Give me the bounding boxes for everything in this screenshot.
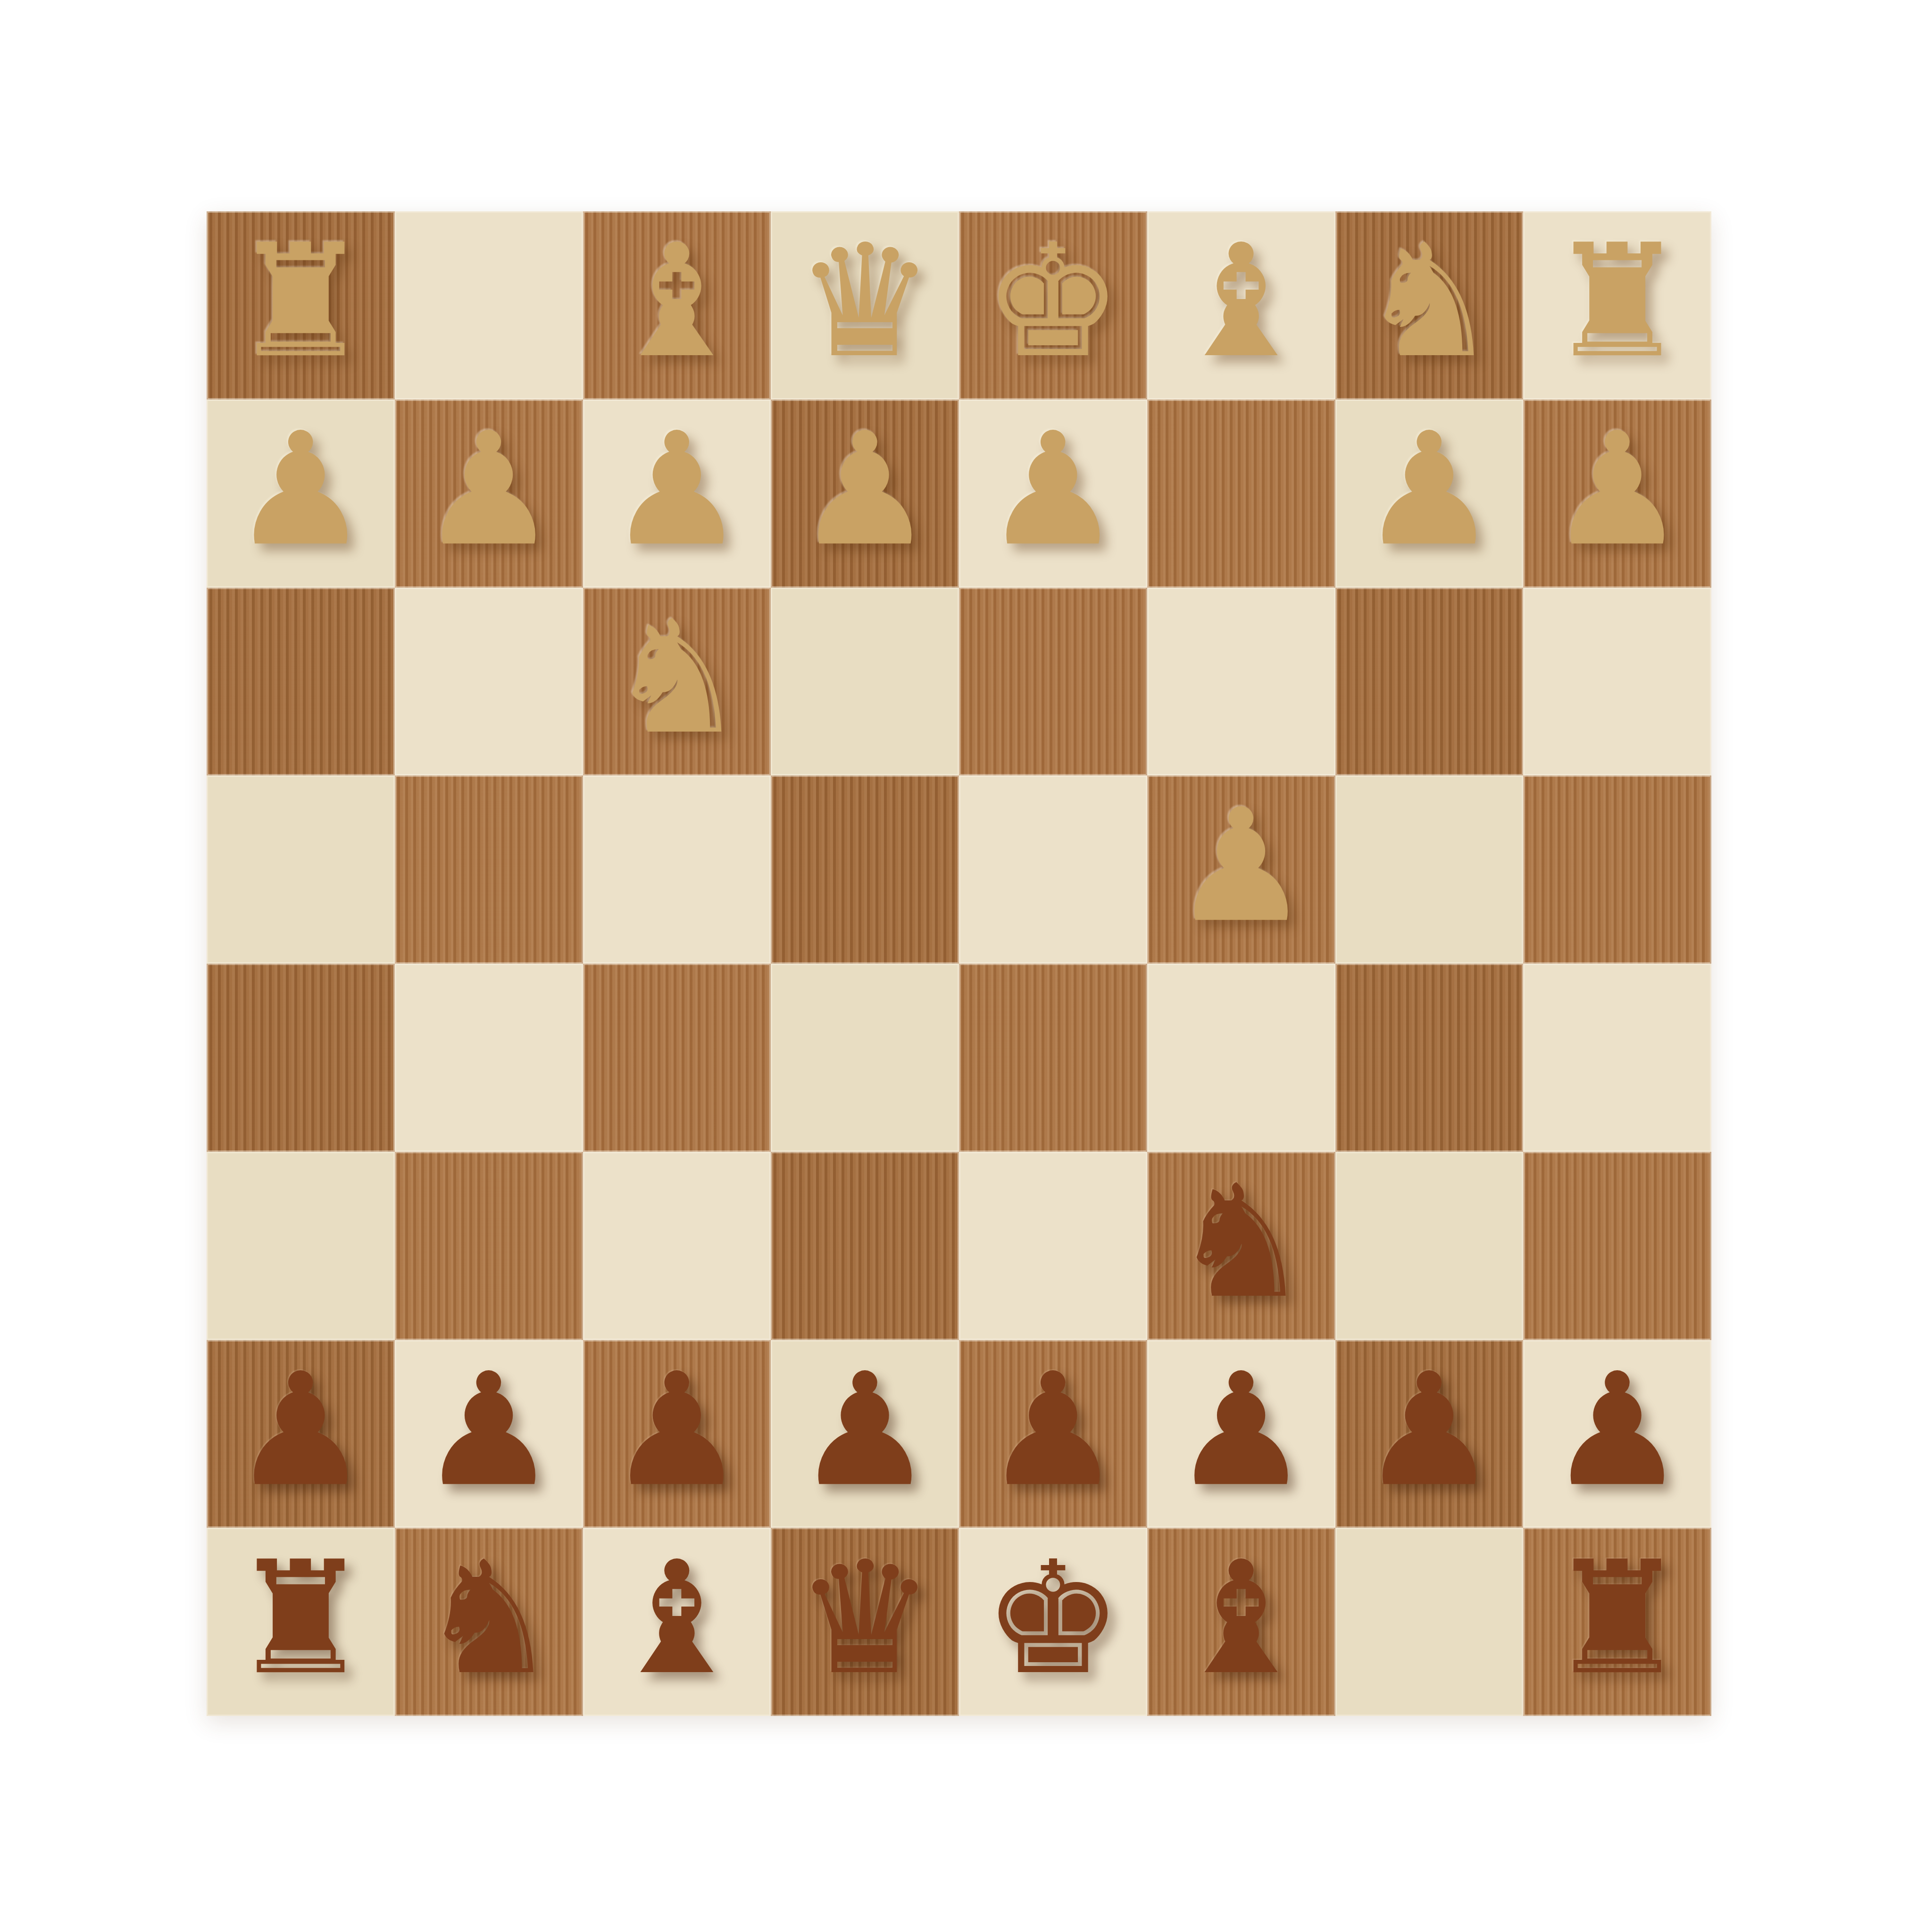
black-knight-f6[interactable]: ♞ xyxy=(1171,1164,1311,1320)
black-knight-b8[interactable]: ♞ xyxy=(419,1541,558,1696)
square-d4[interactable] xyxy=(771,775,959,964)
square-h2[interactable]: ♟ xyxy=(1523,400,1711,588)
square-e3[interactable] xyxy=(959,588,1147,776)
square-b3[interactable] xyxy=(395,588,583,776)
square-c3[interactable]: ♞ xyxy=(583,588,771,776)
square-c5[interactable] xyxy=(583,964,771,1152)
square-b6[interactable] xyxy=(395,1152,583,1340)
square-d5[interactable] xyxy=(771,964,959,1152)
black-pawn-e7[interactable]: ♟ xyxy=(983,1352,1123,1508)
square-g7[interactable]: ♟ xyxy=(1335,1340,1524,1528)
black-rook-h8[interactable]: ♜ xyxy=(1548,1541,1687,1696)
square-c4[interactable] xyxy=(583,775,771,964)
black-rook-a8[interactable]: ♜ xyxy=(231,1541,370,1696)
white-knight-c3[interactable]: ♞ xyxy=(607,600,747,756)
square-a6[interactable] xyxy=(207,1152,395,1340)
square-c2[interactable]: ♟ xyxy=(583,400,771,588)
square-h4[interactable] xyxy=(1523,775,1711,964)
white-pawn-h2[interactable]: ♟ xyxy=(1548,412,1687,567)
black-king-e8[interactable]: ♚ xyxy=(983,1541,1123,1696)
square-a7[interactable]: ♟ xyxy=(207,1340,395,1528)
square-g1[interactable]: ♞ xyxy=(1335,211,1524,400)
chess-board: ♜♝♛♚♝♞♜♟♟♟♟♟♟♟♞♟♞♟♟♟♟♟♟♟♟♜♞♝♛♚♝♜ xyxy=(207,211,1711,1716)
square-c7[interactable]: ♟ xyxy=(583,1340,771,1528)
black-pawn-f7[interactable]: ♟ xyxy=(1171,1352,1311,1508)
black-bishop-f8[interactable]: ♝ xyxy=(1171,1541,1311,1696)
square-f2[interactable] xyxy=(1147,400,1335,588)
white-knight-g1[interactable]: ♞ xyxy=(1359,224,1499,379)
square-h5[interactable] xyxy=(1523,964,1711,1152)
square-c1[interactable]: ♝ xyxy=(583,211,771,400)
square-b7[interactable]: ♟ xyxy=(395,1340,583,1528)
square-e4[interactable] xyxy=(959,775,1147,964)
square-f1[interactable]: ♝ xyxy=(1147,211,1335,400)
square-a5[interactable] xyxy=(207,964,395,1152)
square-a3[interactable] xyxy=(207,588,395,776)
square-f4[interactable]: ♟ xyxy=(1147,775,1335,964)
white-bishop-f1[interactable]: ♝ xyxy=(1171,224,1311,379)
square-h6[interactable] xyxy=(1523,1152,1711,1340)
square-e8[interactable]: ♚ xyxy=(959,1528,1147,1716)
black-pawn-c7[interactable]: ♟ xyxy=(607,1352,747,1508)
square-h7[interactable]: ♟ xyxy=(1523,1340,1711,1528)
square-f8[interactable]: ♝ xyxy=(1147,1528,1335,1716)
square-g4[interactable] xyxy=(1335,775,1524,964)
white-pawn-b2[interactable]: ♟ xyxy=(419,412,558,567)
square-c8[interactable]: ♝ xyxy=(583,1528,771,1716)
square-f3[interactable] xyxy=(1147,588,1335,776)
black-bishop-c8[interactable]: ♝ xyxy=(607,1541,747,1696)
square-g5[interactable] xyxy=(1335,964,1524,1152)
white-pawn-g2[interactable]: ♟ xyxy=(1359,412,1499,567)
white-pawn-d2[interactable]: ♟ xyxy=(795,412,935,567)
white-pawn-e2[interactable]: ♟ xyxy=(983,412,1123,567)
square-h8[interactable]: ♜ xyxy=(1523,1528,1711,1716)
square-h3[interactable] xyxy=(1523,588,1711,776)
square-g3[interactable] xyxy=(1335,588,1524,776)
square-c6[interactable] xyxy=(583,1152,771,1340)
white-rook-h1[interactable]: ♜ xyxy=(1548,224,1687,379)
white-rook-a1[interactable]: ♜ xyxy=(231,224,370,379)
square-e6[interactable] xyxy=(959,1152,1147,1340)
square-e5[interactable] xyxy=(959,964,1147,1152)
square-f7[interactable]: ♟ xyxy=(1147,1340,1335,1528)
black-pawn-b7[interactable]: ♟ xyxy=(419,1352,558,1508)
black-pawn-h7[interactable]: ♟ xyxy=(1548,1352,1687,1508)
square-h1[interactable]: ♜ xyxy=(1523,211,1711,400)
white-bishop-c1[interactable]: ♝ xyxy=(607,224,747,379)
square-a4[interactable] xyxy=(207,775,395,964)
white-queen-d1[interactable]: ♛ xyxy=(795,224,935,379)
square-a1[interactable]: ♜ xyxy=(207,211,395,400)
square-d2[interactable]: ♟ xyxy=(771,400,959,588)
square-g6[interactable] xyxy=(1335,1152,1524,1340)
square-f6[interactable]: ♞ xyxy=(1147,1152,1335,1340)
square-d7[interactable]: ♟ xyxy=(771,1340,959,1528)
square-f5[interactable] xyxy=(1147,964,1335,1152)
square-d1[interactable]: ♛ xyxy=(771,211,959,400)
square-e1[interactable]: ♚ xyxy=(959,211,1147,400)
white-pawn-f4[interactable]: ♟ xyxy=(1171,788,1311,944)
square-b8[interactable]: ♞ xyxy=(395,1528,583,1716)
square-a2[interactable]: ♟ xyxy=(207,400,395,588)
square-d8[interactable]: ♛ xyxy=(771,1528,959,1716)
square-b1[interactable] xyxy=(395,211,583,400)
white-king-e1[interactable]: ♚ xyxy=(983,224,1123,379)
square-e2[interactable]: ♟ xyxy=(959,400,1147,588)
black-pawn-g7[interactable]: ♟ xyxy=(1359,1352,1499,1508)
black-pawn-a7[interactable]: ♟ xyxy=(231,1352,370,1508)
square-b4[interactable] xyxy=(395,775,583,964)
white-pawn-a2[interactable]: ♟ xyxy=(231,412,370,567)
photo-canvas: { "game": "chess", "scene": "overhead ph… xyxy=(0,0,1917,1932)
square-g8[interactable] xyxy=(1335,1528,1524,1716)
square-d3[interactable] xyxy=(771,588,959,776)
square-g2[interactable]: ♟ xyxy=(1335,400,1524,588)
white-pawn-c2[interactable]: ♟ xyxy=(607,412,747,567)
square-b5[interactable] xyxy=(395,964,583,1152)
square-a8[interactable]: ♜ xyxy=(207,1528,395,1716)
square-d6[interactable] xyxy=(771,1152,959,1340)
black-queen-d8[interactable]: ♛ xyxy=(795,1541,935,1696)
square-e7[interactable]: ♟ xyxy=(959,1340,1147,1528)
square-b2[interactable]: ♟ xyxy=(395,400,583,588)
black-pawn-d7[interactable]: ♟ xyxy=(795,1352,935,1508)
